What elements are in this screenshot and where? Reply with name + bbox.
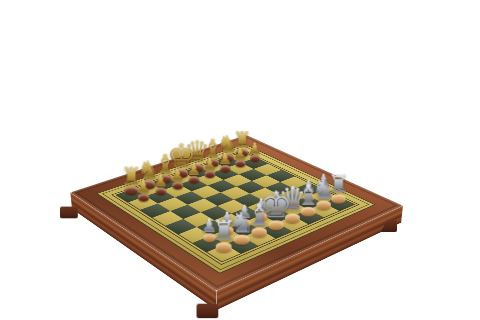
board-foot-left <box>60 207 78 219</box>
silver-rook-piece[interactable]: ♜ <box>207 217 241 252</box>
piece-glyph: ♜ <box>212 217 236 244</box>
gold-pawn-piece[interactable]: ♟ <box>128 178 158 202</box>
piece-glyph: ♟ <box>136 178 151 195</box>
chess-set-photo: ♜♟♟♜♞♟♟♞♝♟♟♝♛♟♟♛♚♟♟♚♝♟♟♝♞♟♟♞♜♟♟♜ <box>0 0 480 320</box>
board-foot-near <box>197 304 219 319</box>
